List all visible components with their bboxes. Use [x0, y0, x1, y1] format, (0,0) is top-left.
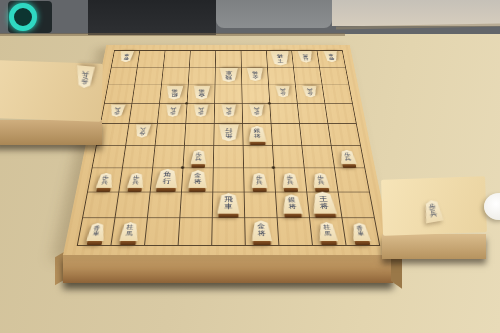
square-3-6[interactable] [273, 145, 305, 168]
photo-scene: 香車玉将桂馬香車飛車金将銀将金将歩兵歩兵歩兵歩兵歩兵歩兵歩兵歩兵角行銀将歩兵歩兵… [0, 0, 500, 333]
piece-kanji: 桂馬 [119, 222, 140, 241]
square-2-7[interactable]: 歩兵 [305, 168, 339, 192]
square-2-8[interactable]: 王将 [307, 192, 342, 218]
piece-kanji: 歩兵 [422, 199, 444, 224]
piece-kanji: 角行 [218, 125, 239, 142]
shogi-piece-pawn[interactable]: 歩兵 [302, 86, 318, 98]
piece-front-edge [219, 214, 239, 218]
square-1-1[interactable]: 香車 [317, 51, 346, 68]
square-3-8[interactable]: 銀将 [276, 192, 310, 218]
square-3-9[interactable] [278, 218, 313, 246]
square-6-4[interactable]: 歩兵 [186, 104, 215, 124]
shogi-piece-bishop[interactable]: 角行 [155, 169, 179, 192]
square-9-4[interactable]: 歩兵 [101, 104, 132, 124]
piece-kanji: 角行 [155, 169, 178, 188]
shogi-piece-pawn[interactable]: 歩兵 [95, 173, 115, 192]
square-5-8[interactable]: 飛車 [213, 192, 245, 218]
square-4-4[interactable]: 歩兵 [243, 104, 272, 124]
square-8-1[interactable] [138, 51, 166, 68]
shogi-piece-pawn[interactable]: 歩兵 [281, 173, 299, 192]
square-4-1[interactable] [241, 51, 267, 68]
shogi-piece-pawn[interactable]: 歩兵 [275, 86, 290, 98]
square-3-7[interactable]: 歩兵 [274, 168, 307, 192]
square-7-8[interactable] [148, 192, 182, 218]
piece-front-edge [250, 142, 266, 145]
shogi-piece-pawn[interactable]: 歩兵 [249, 105, 264, 117]
piece-front-edge [321, 241, 338, 245]
shogi-piece-king[interactable]: 玉将 [270, 51, 290, 65]
piece-kanji: 歩兵 [221, 105, 236, 117]
square-9-8[interactable] [83, 192, 119, 218]
shogi-piece-silver[interactable]: 銀将 [165, 86, 183, 100]
piece-front-edge [253, 188, 267, 192]
piece-kanji: 歩兵 [281, 173, 299, 188]
shogi-board[interactable]: 香車玉将桂馬香車飛車金将銀将金将歩兵歩兵歩兵歩兵歩兵歩兵歩兵歩兵角行銀将歩兵歩兵… [63, 45, 393, 255]
square-1-2[interactable] [320, 68, 349, 86]
square-4-7[interactable]: 歩兵 [244, 168, 276, 192]
square-2-5[interactable] [300, 124, 332, 145]
square-6-9[interactable] [179, 218, 213, 246]
square-6-1[interactable] [190, 51, 216, 68]
square-1-8[interactable] [339, 192, 375, 218]
square-7-4[interactable]: 歩兵 [158, 104, 188, 124]
square-6-2[interactable] [189, 68, 216, 86]
piece-front-edge [315, 214, 336, 218]
shogi-piece-king[interactable]: 王将 [311, 192, 338, 218]
piece-kanji: 歩兵 [127, 173, 145, 188]
piece-kanji: 歩兵 [302, 86, 318, 98]
square-3-5[interactable] [272, 124, 303, 145]
piece-kanji: 香車 [350, 223, 371, 241]
piece-front-edge [355, 241, 371, 245]
square-9-9[interactable]: 香車 [78, 218, 116, 246]
square-1-6[interactable]: 歩兵 [332, 145, 366, 168]
piece-kanji: 香車 [86, 223, 107, 241]
square-5-1[interactable] [216, 51, 242, 68]
square-1-9[interactable]: 香車 [342, 218, 380, 246]
shogi-piece-rook[interactable]: 飛車 [217, 193, 240, 217]
square-4-5[interactable]: 銀将 [243, 124, 273, 145]
piece-kanji: 歩兵 [312, 173, 330, 188]
shogi-piece-lance[interactable]: 香車 [323, 51, 338, 62]
piece-kanji: 桂馬 [317, 222, 338, 241]
square-7-1[interactable] [164, 51, 191, 68]
square-8-5[interactable]: 歩兵 [126, 124, 158, 145]
square-2-6[interactable] [302, 145, 335, 168]
piece-kanji: 金将 [251, 220, 272, 241]
square-4-6[interactable] [244, 145, 275, 168]
game-clock-ring-icon [9, 3, 37, 31]
piece-front-edge [96, 188, 111, 192]
square-4-3[interactable] [242, 85, 270, 104]
piece-kanji: 香車 [323, 51, 338, 62]
square-7-2[interactable] [162, 68, 190, 86]
square-1-3[interactable] [323, 85, 353, 104]
piece-front-edge [191, 164, 205, 167]
laptop-object [88, 0, 216, 35]
square-9-2[interactable] [108, 68, 137, 86]
shogi-piece-bishop[interactable]: 角行 [218, 125, 239, 142]
piece-front-edge [127, 188, 142, 192]
piece-kanji: 金将 [246, 68, 263, 81]
shogi-piece-gold[interactable]: 金将 [193, 86, 210, 100]
square-8-4[interactable] [129, 104, 160, 124]
shogi-piece-silver[interactable]: 銀将 [282, 194, 304, 217]
square-5-3[interactable] [215, 85, 243, 104]
piece-front-edge [342, 164, 356, 167]
square-7-6[interactable] [153, 145, 185, 168]
piece-kanji: 飛車 [219, 68, 238, 82]
square-9-3[interactable] [105, 85, 135, 104]
table-edge [0, 33, 345, 36]
square-4-8[interactable] [245, 192, 278, 218]
piece-kanji: 歩兵 [96, 173, 115, 188]
board-grid[interactable]: 香車玉将桂馬香車飛車金将銀将金将歩兵歩兵歩兵歩兵歩兵歩兵歩兵歩兵角行銀将歩兵歩兵… [77, 50, 381, 246]
piece-kanji: 金将 [188, 170, 208, 188]
piece-kanji: 歩兵 [75, 65, 95, 88]
square-5-9[interactable] [212, 218, 246, 246]
piece-front-edge [253, 241, 271, 245]
piece-kanji: 香車 [118, 51, 133, 62]
komadai-right-front [382, 234, 486, 259]
piece-kanji: 歩兵 [134, 125, 151, 138]
square-7-7[interactable]: 角行 [151, 168, 184, 192]
square-3-1[interactable]: 玉将 [267, 51, 294, 68]
square-1-5[interactable] [328, 124, 361, 145]
piece-front-edge [156, 188, 175, 192]
background-wall [332, 0, 500, 26]
piece-front-edge [120, 241, 137, 245]
square-2-2[interactable] [294, 68, 323, 86]
square-4-2[interactable]: 金将 [242, 68, 269, 86]
shogi-piece-pawn[interactable]: 歩兵 [134, 125, 151, 138]
square-8-3[interactable] [132, 85, 162, 104]
square-6-3[interactable]: 金将 [187, 85, 215, 104]
piece-kanji: 桂馬 [297, 51, 313, 62]
square-9-7[interactable]: 歩兵 [88, 168, 123, 192]
shogi-piece-knight[interactable]: 桂馬 [297, 51, 313, 62]
shogi-piece-pawn[interactable]: 歩兵 [126, 173, 145, 192]
square-8-6[interactable] [123, 145, 156, 168]
square-3-3[interactable]: 歩兵 [269, 85, 298, 104]
shogi-piece-pawn[interactable]: 歩兵 [422, 199, 444, 224]
shogi-piece-pawn[interactable]: 歩兵 [75, 65, 95, 88]
square-3-4[interactable] [270, 104, 300, 124]
piece-kanji: 銀将 [248, 126, 266, 142]
shogi-piece-gold[interactable]: 金将 [251, 220, 272, 245]
square-5-6[interactable] [214, 145, 244, 168]
piece-front-edge [284, 188, 299, 192]
komadai-left-front [0, 120, 102, 145]
square-2-4[interactable] [298, 104, 329, 124]
shogi-piece-pawn[interactable]: 歩兵 [165, 105, 181, 117]
shogi-piece-knight[interactable]: 桂馬 [118, 222, 139, 245]
shogi-piece-pawn[interactable]: 歩兵 [190, 150, 207, 168]
square-1-7[interactable] [335, 168, 370, 192]
square-7-3[interactable]: 銀将 [160, 85, 189, 104]
hoshi-dot [268, 102, 271, 104]
piece-kanji: 歩兵 [190, 150, 206, 164]
board-front-face [63, 254, 393, 283]
square-7-5[interactable] [156, 124, 187, 145]
square-3-2[interactable] [268, 68, 296, 86]
square-8-2[interactable] [135, 68, 164, 86]
square-5-5[interactable]: 角行 [214, 124, 243, 145]
square-2-3[interactable]: 歩兵 [296, 85, 326, 104]
piece-kanji: 歩兵 [249, 105, 264, 117]
hoshi-dot [272, 166, 276, 169]
piece-kanji: 歩兵 [339, 150, 357, 164]
chair-object [216, 0, 332, 28]
square-7-9[interactable] [145, 218, 180, 246]
komadai-left[interactable]: 歩兵 [0, 62, 102, 154]
square-2-1[interactable]: 桂馬 [292, 51, 320, 68]
square-5-2[interactable]: 飛車 [215, 68, 242, 86]
piece-kanji: 歩兵 [251, 173, 268, 188]
square-6-5[interactable] [185, 124, 215, 145]
square-6-7[interactable]: 金将 [182, 168, 214, 192]
square-6-8[interactable] [180, 192, 213, 218]
square-4-9[interactable]: 金将 [245, 218, 279, 246]
piece-kanji: 歩兵 [165, 105, 181, 117]
piece-kanji: 歩兵 [108, 105, 125, 117]
piece-kanji: 歩兵 [275, 86, 290, 98]
square-5-4[interactable]: 歩兵 [215, 104, 243, 124]
shogi-piece-lance[interactable]: 香車 [118, 51, 133, 62]
piece-front-edge [189, 188, 206, 192]
shogi-piece-pawn[interactable]: 歩兵 [339, 150, 358, 168]
shogi-piece-lance[interactable]: 香車 [350, 223, 371, 245]
piece-kanji: 飛車 [217, 193, 240, 214]
piece-kanji: 歩兵 [193, 105, 208, 117]
square-6-6[interactable]: 歩兵 [183, 145, 214, 168]
piece-kanji: 玉将 [270, 51, 290, 65]
square-1-4[interactable] [325, 104, 356, 124]
shogi-piece-silver[interactable]: 銀将 [248, 126, 267, 145]
square-5-7[interactable] [213, 168, 244, 192]
shogi-piece-lance[interactable]: 香車 [85, 223, 106, 245]
shogi-piece-pawn[interactable]: 歩兵 [193, 105, 208, 117]
square-8-9[interactable]: 桂馬 [111, 218, 148, 246]
piece-front-edge [87, 241, 103, 245]
shogi-piece-knight[interactable]: 桂馬 [317, 222, 338, 245]
shogi-piece-rook[interactable]: 飛車 [219, 68, 238, 82]
piece-front-edge [284, 214, 301, 218]
square-2-9[interactable]: 桂馬 [310, 218, 347, 246]
shogi-piece-pawn[interactable]: 歩兵 [312, 173, 331, 192]
komadai-right[interactable]: 歩兵 [382, 178, 486, 266]
shogi-piece-pawn[interactable]: 歩兵 [221, 105, 236, 117]
square-8-7[interactable]: 歩兵 [119, 168, 153, 192]
piece-kanji: 王将 [311, 192, 337, 214]
piece-kanji: 銀将 [165, 86, 183, 100]
piece-kanji: 金将 [193, 86, 210, 100]
shogi-piece-pawn[interactable]: 歩兵 [108, 105, 125, 117]
shogi-piece-pawn[interactable]: 歩兵 [251, 173, 268, 192]
square-8-8[interactable] [115, 192, 150, 218]
shogi-piece-gold[interactable]: 金将 [246, 68, 263, 81]
shogi-piece-gold[interactable]: 金将 [187, 170, 207, 191]
piece-kanji: 銀将 [282, 194, 303, 213]
square-9-1[interactable]: 香車 [112, 51, 141, 68]
